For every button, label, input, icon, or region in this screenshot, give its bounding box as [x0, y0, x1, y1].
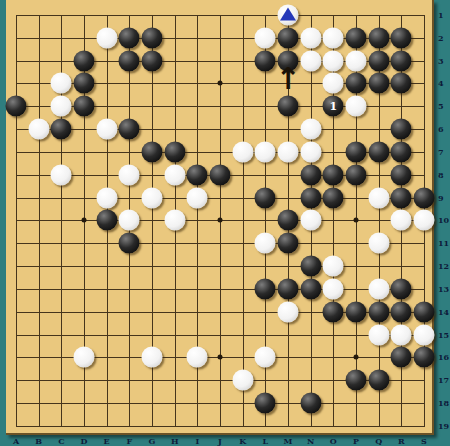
- row-label: 11: [438, 238, 449, 248]
- stone-black[interactable]: [346, 301, 367, 322]
- column-label: D: [81, 436, 88, 446]
- row-label: 10: [438, 215, 449, 225]
- stone-black[interactable]: [391, 278, 412, 299]
- stone-black[interactable]: [368, 27, 389, 48]
- star-point: [218, 81, 223, 86]
- stone-white[interactable]: [368, 233, 389, 254]
- stone-black[interactable]: [74, 96, 95, 117]
- star-point: [354, 218, 359, 223]
- row-label: 13: [438, 284, 449, 294]
- stone-white[interactable]: [74, 347, 95, 368]
- stone-white[interactable]: [187, 347, 208, 368]
- stone-black[interactable]: [323, 301, 344, 322]
- stone-white[interactable]: [300, 50, 321, 71]
- stone-black[interactable]: [346, 73, 367, 94]
- row-label: 15: [438, 330, 449, 340]
- column-label: B: [35, 436, 42, 446]
- stone-black[interactable]: [278, 278, 299, 299]
- stone-white[interactable]: [119, 210, 140, 231]
- stone-white[interactable]: [96, 119, 117, 140]
- stone-black[interactable]: [51, 119, 72, 140]
- row-label: 18: [438, 398, 449, 408]
- stone-white[interactable]: [164, 210, 185, 231]
- stone-white[interactable]: [255, 141, 276, 162]
- column-label: S: [421, 436, 427, 446]
- move-number-text: 1: [330, 101, 338, 112]
- stone-white[interactable]: [142, 187, 163, 208]
- stone-white[interactable]: [51, 164, 72, 185]
- stone-black[interactable]: [391, 73, 412, 94]
- stone-white[interactable]: [255, 233, 276, 254]
- stone-black[interactable]: [391, 164, 412, 185]
- stone-black[interactable]: [391, 50, 412, 71]
- stone-white[interactable]: [323, 27, 344, 48]
- column-label: Q: [375, 436, 382, 446]
- stone-black[interactable]: [119, 50, 140, 71]
- row-label: 9: [438, 193, 444, 203]
- column-label: M: [284, 436, 293, 446]
- stone-black[interactable]: [368, 73, 389, 94]
- column-label: H: [171, 436, 179, 446]
- stone-white[interactable]: [96, 187, 117, 208]
- triangle-marker-icon: [280, 7, 296, 20]
- stone-black[interactable]: [391, 187, 412, 208]
- row-label: 14: [438, 307, 449, 317]
- column-label: K: [239, 436, 246, 446]
- stone-black[interactable]: [346, 27, 367, 48]
- stone-black[interactable]: [255, 278, 276, 299]
- stone-white[interactable]: [232, 370, 253, 391]
- stone-white[interactable]: [164, 164, 185, 185]
- stone-white[interactable]: [232, 141, 253, 162]
- column-label: O: [330, 436, 337, 446]
- row-label: 19: [438, 421, 449, 431]
- stone-white[interactable]: [391, 210, 412, 231]
- stone-black[interactable]: [391, 27, 412, 48]
- grid-line-horizontal: [16, 243, 425, 244]
- stone-white[interactable]: [255, 27, 276, 48]
- stone-black[interactable]: [391, 119, 412, 140]
- stone-black[interactable]: [346, 141, 367, 162]
- stone-white[interactable]: [323, 256, 344, 277]
- stone-black[interactable]: [164, 141, 185, 162]
- stone-black[interactable]: [74, 50, 95, 71]
- stone-white[interactable]: [368, 278, 389, 299]
- stone-white[interactable]: [346, 50, 367, 71]
- stone-black[interactable]: [391, 141, 412, 162]
- stone-black[interactable]: [142, 141, 163, 162]
- stone-white[interactable]: [414, 210, 435, 231]
- stone-black[interactable]: [368, 370, 389, 391]
- column-label: C: [58, 436, 64, 446]
- row-label: 12: [438, 261, 449, 271]
- stone-black[interactable]: [142, 27, 163, 48]
- grid-line-horizontal: [16, 426, 425, 427]
- stone-black[interactable]: [368, 50, 389, 71]
- stone-black[interactable]: [210, 164, 231, 185]
- stone-black[interactable]: [323, 187, 344, 208]
- row-label: 4: [438, 78, 444, 88]
- stone-black[interactable]: [119, 119, 140, 140]
- stone-black[interactable]: [346, 164, 367, 185]
- row-label: 1: [438, 10, 444, 20]
- stone-white[interactable]: [323, 278, 344, 299]
- stone-white[interactable]: [300, 119, 321, 140]
- stone-black[interactable]: [278, 210, 299, 231]
- column-label: E: [104, 436, 110, 446]
- row-label: 7: [438, 147, 444, 157]
- move-number-label: 1: [323, 96, 344, 117]
- stone-black[interactable]: [368, 301, 389, 322]
- stone-black[interactable]: [119, 27, 140, 48]
- stone-black[interactable]: [278, 27, 299, 48]
- grid-line-horizontal: [16, 266, 425, 267]
- stone-black[interactable]: [414, 301, 435, 322]
- stone-white[interactable]: [142, 347, 163, 368]
- stone-black[interactable]: [300, 187, 321, 208]
- stone-white[interactable]: [368, 187, 389, 208]
- stone-white[interactable]: [391, 324, 412, 345]
- stone-black[interactable]: [346, 370, 367, 391]
- stone-white[interactable]: [278, 301, 299, 322]
- stone-white[interactable]: [51, 73, 72, 94]
- stone-white[interactable]: [187, 187, 208, 208]
- stone-white[interactable]: [323, 50, 344, 71]
- stone-black[interactable]: [278, 233, 299, 254]
- stone-white[interactable]: [300, 27, 321, 48]
- grid-line-horizontal: [16, 335, 425, 336]
- star-point: [354, 355, 359, 360]
- stone-black[interactable]: [323, 164, 344, 185]
- stone-black[interactable]: [300, 164, 321, 185]
- row-label: 8: [438, 170, 444, 180]
- stone-white[interactable]: [346, 96, 367, 117]
- stone-black[interactable]: [187, 164, 208, 185]
- stone-black[interactable]: [96, 210, 117, 231]
- stone-black[interactable]: [278, 96, 299, 117]
- stone-black[interactable]: [300, 256, 321, 277]
- stone-black[interactable]: [300, 278, 321, 299]
- row-label: 17: [438, 375, 449, 385]
- stone-black[interactable]: [142, 50, 163, 71]
- stone-white[interactable]: [28, 119, 49, 140]
- go-board[interactable]: 1↑: [6, 0, 434, 435]
- stone-white[interactable]: [300, 210, 321, 231]
- stone-black[interactable]: [300, 393, 321, 414]
- star-point: [82, 218, 87, 223]
- stone-black[interactable]: [391, 347, 412, 368]
- stone-black[interactable]: [74, 73, 95, 94]
- column-label: N: [307, 436, 314, 446]
- stone-black[interactable]: [119, 233, 140, 254]
- stone-white[interactable]: [119, 164, 140, 185]
- column-label: G: [149, 436, 156, 446]
- grid-line-horizontal: [16, 289, 425, 290]
- column-label: L: [263, 436, 269, 446]
- column-label: J: [218, 436, 222, 446]
- stone-white[interactable]: [278, 141, 299, 162]
- stone-white[interactable]: [414, 324, 435, 345]
- column-label: R: [398, 436, 405, 446]
- row-label: 3: [438, 56, 444, 66]
- stone-black[interactable]: [6, 96, 27, 117]
- stone-white[interactable]: [96, 27, 117, 48]
- row-label: 5: [438, 101, 444, 111]
- grid-line-horizontal: [16, 403, 425, 404]
- stone-black[interactable]: [255, 50, 276, 71]
- column-label: A: [13, 436, 19, 446]
- row-label: 16: [438, 352, 449, 362]
- stone-white[interactable]: [51, 96, 72, 117]
- stone-white[interactable]: [300, 141, 321, 162]
- row-label: 2: [438, 33, 444, 43]
- stone-black[interactable]: [414, 187, 435, 208]
- stone-white[interactable]: [255, 347, 276, 368]
- stone-black[interactable]: [255, 187, 276, 208]
- star-point: [218, 218, 223, 223]
- stone-black[interactable]: [391, 301, 412, 322]
- go-app-window: 1↑ ABCDEFGHIJKLMNOPQRS123456789101112131…: [0, 0, 450, 446]
- arrow-annotation-icon: ↑: [275, 64, 300, 94]
- row-label: 6: [438, 124, 444, 134]
- grid-line-vertical: [243, 15, 244, 427]
- column-label: I: [195, 436, 199, 446]
- column-label: F: [126, 436, 132, 446]
- star-point: [218, 355, 223, 360]
- stone-white[interactable]: [368, 324, 389, 345]
- stone-black[interactable]: [414, 347, 435, 368]
- stone-white[interactable]: [323, 73, 344, 94]
- stone-black[interactable]: [255, 393, 276, 414]
- stone-black[interactable]: [368, 141, 389, 162]
- column-label: P: [353, 436, 359, 446]
